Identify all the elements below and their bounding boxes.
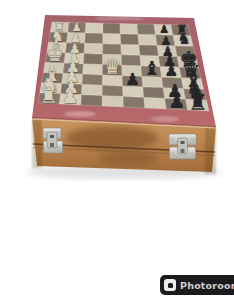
chess-set-box-and-board xyxy=(0,0,234,299)
photoroom-logo-icon xyxy=(164,279,176,291)
white-rook-a1[interactable]: ♜ xyxy=(39,84,58,106)
black-bishop-d6[interactable]: ♝ xyxy=(143,59,160,78)
white-pawn-a2[interactable]: ♟ xyxy=(62,88,79,107)
black-pawn-d7[interactable]: ♟ xyxy=(164,64,178,79)
watermark-label: Photoroom xyxy=(180,280,234,291)
black-knight-g8[interactable]: ♞ xyxy=(177,33,190,48)
black-pawn-c5[interactable]: ♟ xyxy=(125,72,140,89)
black-rook-a8[interactable]: ♜ xyxy=(189,91,208,113)
black-pawn-a7[interactable]: ♟ xyxy=(168,93,185,112)
white-queen-d4[interactable]: ♛ xyxy=(103,57,122,78)
product-photo: ♜♞♝♛♚♞♜♟♟♟♟♟♟♟♝♟♛♟♟♟♟♟♟♟♟♜♞♝♚♝♞♜ Photoro… xyxy=(0,0,234,299)
photoroom-watermark: Photoroom xyxy=(160,275,234,295)
